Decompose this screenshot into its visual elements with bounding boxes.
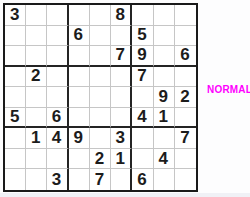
cell-r8c4[interactable]: [69, 149, 90, 170]
cell-r4c7[interactable]: 7: [132, 67, 153, 88]
cell-r6c8[interactable]: 1: [154, 108, 175, 129]
cell-r7c9[interactable]: 7: [175, 128, 196, 149]
cell-r5c5[interactable]: [90, 87, 111, 108]
sudoku-board: 38657962792564114937214376: [3, 3, 198, 192]
cell-r8c3[interactable]: [47, 149, 68, 170]
cell-r4c6[interactable]: [111, 67, 132, 88]
bottom-band: [0, 193, 250, 197]
cell-r3c8[interactable]: [154, 46, 175, 67]
cell-r3c6[interactable]: 7: [111, 46, 132, 67]
cell-r2c1[interactable]: [5, 26, 26, 47]
cell-r6c6[interactable]: [111, 108, 132, 129]
cell-r1c6[interactable]: 8: [111, 5, 132, 26]
cell-r8c7[interactable]: [132, 149, 153, 170]
cell-r6c5[interactable]: [90, 108, 111, 129]
cell-r1c4[interactable]: [69, 5, 90, 26]
cell-r9c9[interactable]: [175, 169, 196, 190]
cell-r9c3[interactable]: 3: [47, 169, 68, 190]
cell-r7c1[interactable]: [5, 128, 26, 149]
cell-r7c2[interactable]: 1: [26, 128, 47, 149]
cell-r7c7[interactable]: [132, 128, 153, 149]
cell-r5c6[interactable]: [111, 87, 132, 108]
cell-r1c8[interactable]: [154, 5, 175, 26]
cell-r9c2[interactable]: [26, 169, 47, 190]
cell-r7c6[interactable]: 3: [111, 128, 132, 149]
cell-r4c5[interactable]: [90, 67, 111, 88]
cell-r6c4[interactable]: [69, 108, 90, 129]
cell-r5c8[interactable]: 9: [154, 87, 175, 108]
cell-r8c8[interactable]: 4: [154, 149, 175, 170]
cell-r3c3[interactable]: [47, 46, 68, 67]
cell-r2c2[interactable]: [26, 26, 47, 47]
cell-r2c5[interactable]: [90, 26, 111, 47]
cell-r6c1[interactable]: 5: [5, 108, 26, 129]
cell-r4c4[interactable]: [69, 67, 90, 88]
cell-r7c3[interactable]: 4: [47, 128, 68, 149]
cell-r9c6[interactable]: [111, 169, 132, 190]
cell-r9c8[interactable]: [154, 169, 175, 190]
cell-r3c7[interactable]: 9: [132, 46, 153, 67]
cell-r3c4[interactable]: [69, 46, 90, 67]
cell-r1c1[interactable]: 3: [5, 5, 26, 26]
cell-r8c6[interactable]: 1: [111, 149, 132, 170]
cell-r8c5[interactable]: 2: [90, 149, 111, 170]
cell-r1c5[interactable]: [90, 5, 111, 26]
cell-r5c2[interactable]: [26, 87, 47, 108]
cell-r3c5[interactable]: [90, 46, 111, 67]
cell-r3c2[interactable]: [26, 46, 47, 67]
cell-r1c9[interactable]: [175, 5, 196, 26]
cell-r3c9[interactable]: 6: [175, 46, 196, 67]
cell-r8c1[interactable]: [5, 149, 26, 170]
cell-r4c1[interactable]: [5, 67, 26, 88]
cell-r1c3[interactable]: [47, 5, 68, 26]
cell-r8c2[interactable]: [26, 149, 47, 170]
cell-r2c4[interactable]: 6: [69, 26, 90, 47]
cell-r1c7[interactable]: [132, 5, 153, 26]
cell-r2c8[interactable]: [154, 26, 175, 47]
cell-r7c8[interactable]: [154, 128, 175, 149]
cell-r6c7[interactable]: 4: [132, 108, 153, 129]
cell-r5c7[interactable]: [132, 87, 153, 108]
cell-r5c3[interactable]: [47, 87, 68, 108]
cell-r4c8[interactable]: [154, 67, 175, 88]
cell-r6c9[interactable]: [175, 108, 196, 129]
cell-r9c7[interactable]: 6: [132, 169, 153, 190]
cell-r3c1[interactable]: [5, 46, 26, 67]
cell-r2c6[interactable]: [111, 26, 132, 47]
cell-r7c5[interactable]: [90, 128, 111, 149]
cell-r8c9[interactable]: [175, 149, 196, 170]
cell-r1c2[interactable]: [26, 5, 47, 26]
cell-r9c4[interactable]: [69, 169, 90, 190]
cell-r9c1[interactable]: [5, 169, 26, 190]
cell-r5c1[interactable]: [5, 87, 26, 108]
cell-r2c3[interactable]: [47, 26, 68, 47]
cell-r6c3[interactable]: 6: [47, 108, 68, 129]
cell-r5c4[interactable]: [69, 87, 90, 108]
cell-r4c3[interactable]: [47, 67, 68, 88]
cell-r5c9[interactable]: 2: [175, 87, 196, 108]
cell-r9c5[interactable]: 7: [90, 169, 111, 190]
cell-r2c7[interactable]: 5: [132, 26, 153, 47]
cell-r6c2[interactable]: [26, 108, 47, 129]
cell-r4c2[interactable]: 2: [26, 67, 47, 88]
cell-r4c9[interactable]: [175, 67, 196, 88]
difficulty-label: NORMAL: [207, 84, 250, 95]
cell-r2c9[interactable]: [175, 26, 196, 47]
cell-r7c4[interactable]: 9: [69, 128, 90, 149]
